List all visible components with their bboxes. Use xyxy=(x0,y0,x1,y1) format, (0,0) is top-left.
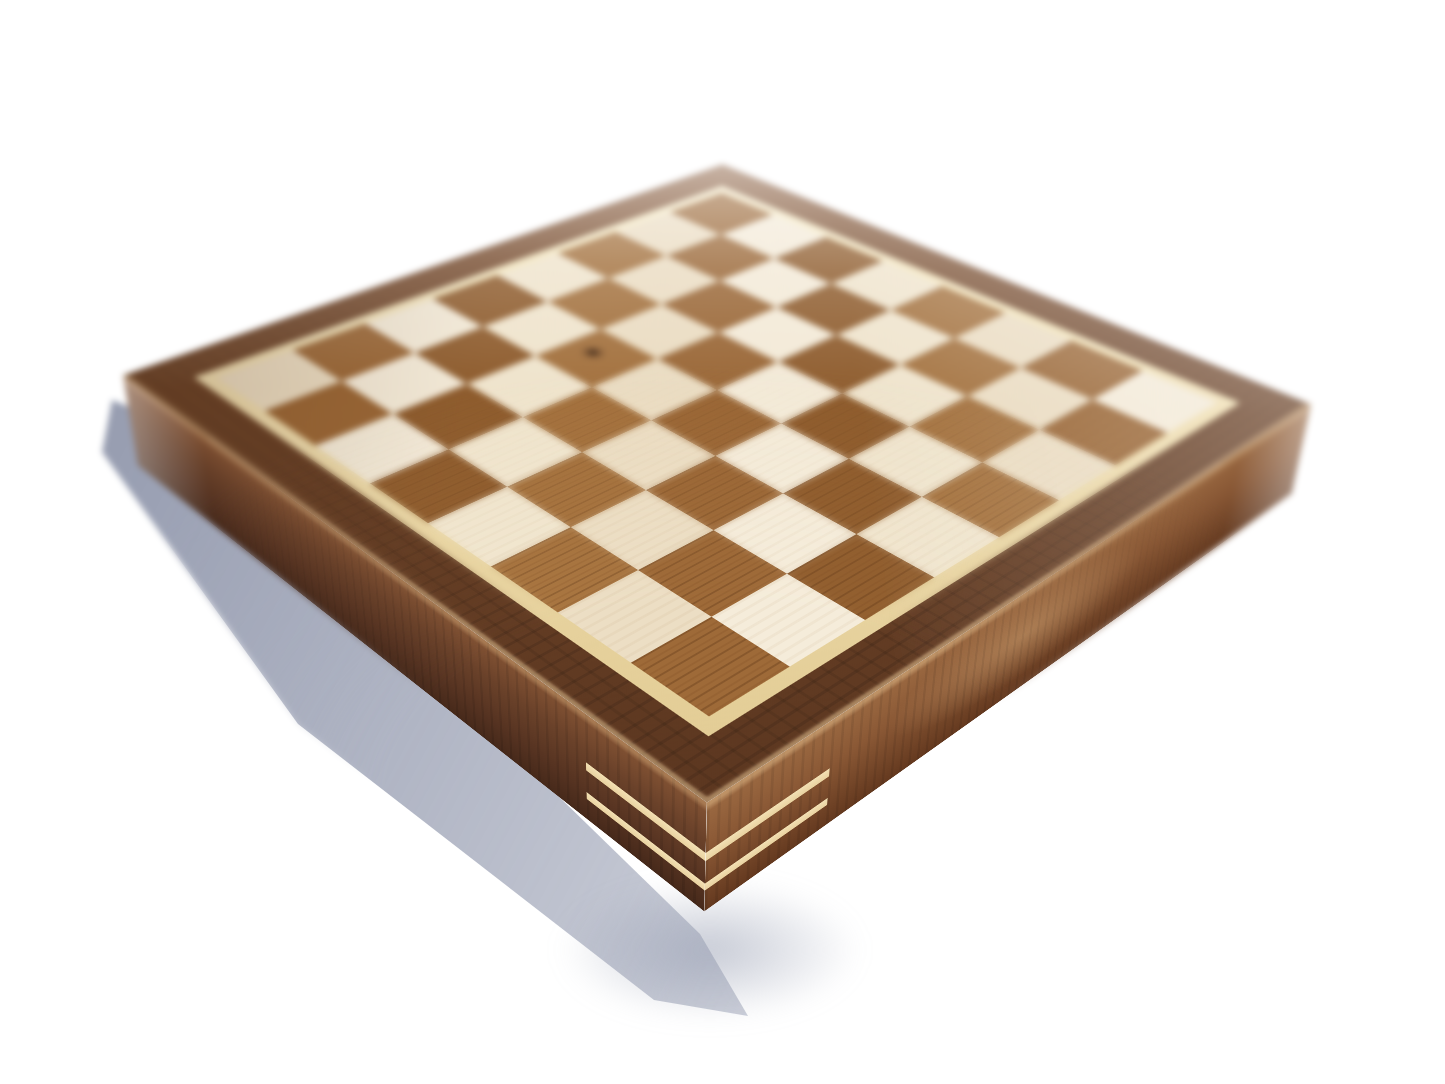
square-d3 xyxy=(523,387,652,452)
square-g3 xyxy=(714,493,857,573)
square-h2 xyxy=(711,573,865,666)
square-c1 xyxy=(315,414,448,483)
square-e3 xyxy=(582,420,715,490)
square-e4 xyxy=(652,390,781,455)
square-g4 xyxy=(783,459,921,534)
square-e1 xyxy=(428,486,571,566)
square-d2 xyxy=(449,417,582,487)
square-h6 xyxy=(982,430,1115,500)
square-c2 xyxy=(393,384,522,449)
square-g5 xyxy=(849,426,982,496)
square-h1 xyxy=(630,616,790,716)
square-f1 xyxy=(491,527,639,613)
square-h5 xyxy=(921,462,1059,537)
square-g1 xyxy=(558,570,712,663)
square-h4 xyxy=(856,497,999,577)
square-h7 xyxy=(1039,399,1168,465)
square-e2 xyxy=(508,452,646,526)
square-b1 xyxy=(264,381,393,446)
square-g6 xyxy=(910,396,1039,462)
square-f2 xyxy=(571,490,714,570)
square-f3 xyxy=(646,455,784,530)
square-f4 xyxy=(715,423,848,493)
square-g2 xyxy=(639,530,787,616)
square-f5 xyxy=(781,393,910,459)
photo-stage xyxy=(0,0,1445,1084)
square-h3 xyxy=(787,534,935,620)
square-d1 xyxy=(370,449,508,523)
